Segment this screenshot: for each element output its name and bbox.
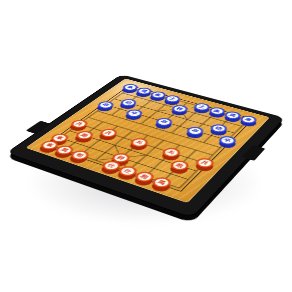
piece-character: 車 [126,85,134,89]
piece-character: 相 [75,153,85,158]
piece-character: 兵 [104,131,113,136]
piece-blue-cannon: 砲 [118,98,139,108]
piece-red-cannon: 炮 [168,159,191,172]
piece-character: 炮 [80,133,90,138]
piece-character: 卒 [130,111,139,115]
piece-character: 仕 [107,163,117,168]
piece-blue-general: 將 [169,104,190,114]
piece-character: 馬 [228,113,237,117]
piece-character: 象 [154,93,163,97]
piece-red-soldier: 兵 [97,128,119,139]
piece-character: 仕 [123,168,133,174]
piece-character: 象 [213,109,222,113]
piece-red-soldier: 兵 [128,137,151,149]
piece-character: 兵 [200,160,210,165]
piece-character: 兵 [134,140,144,145]
piece-blue-chariot: 車 [238,115,259,125]
piece-character: 帥 [116,155,126,160]
piece-character: 卒 [191,129,200,134]
piece-character: 車 [55,135,65,140]
piece-character: 車 [45,143,55,148]
piece-character: 相 [140,174,150,180]
piece-red-soldier: 兵 [160,147,183,159]
piece-blue-soldier: 卒 [154,117,175,127]
piece-blue-soldier: 卒 [95,100,116,110]
product-photo: 車馬象士士象馬車將砲砲卒卒卒卒卒兵兵兵兵兵炮炮車帥車馬相仕仕相馬 [0,0,292,292]
piece-red-soldier: 兵 [193,157,216,170]
piece-character: 馬 [60,147,70,152]
piece-character: 士 [168,97,177,101]
piece-character: 車 [244,117,253,121]
piece-character: 卒 [102,103,111,107]
piece-character: 卒 [160,120,169,124]
piece-character: 士 [198,105,207,109]
piece-character: 兵 [166,150,176,155]
piece-character: 砲 [214,126,223,131]
piece-blue-soldier: 卒 [217,135,239,146]
piece-character: 炮 [174,163,184,168]
piece-character: 將 [175,107,184,111]
piece-character: 兵 [75,122,84,126]
piece-blue-cannon: 砲 [208,123,229,134]
piece-character: 馬 [140,89,148,93]
piece-blue-soldier: 卒 [184,125,206,136]
piece-red-soldier: 兵 [68,119,90,130]
piece-character: 砲 [124,101,133,105]
piece-blue-soldier: 卒 [124,108,145,118]
piece-red-cannon: 炮 [73,130,96,141]
piece-character: 卒 [223,138,232,143]
piece-character: 馬 [157,179,167,185]
